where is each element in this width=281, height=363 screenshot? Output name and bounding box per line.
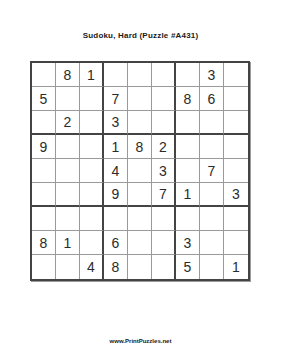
sudoku-cell-r1c1: [32, 63, 56, 87]
sudoku-cell-r7c6: [152, 207, 176, 231]
sudoku-cell-r4c9: [224, 135, 248, 159]
sudoku-cell-r8c1: 8: [32, 231, 56, 255]
sudoku-cell-r7c8: [200, 207, 224, 231]
sudoku-cell-r6c6: 7: [152, 183, 176, 207]
sudoku-cell-r9c2: [56, 255, 80, 279]
sudoku-cell-r8c9: [224, 231, 248, 255]
sudoku-cell-r6c8: [200, 183, 224, 207]
sudoku-cell-r6c4: 9: [104, 183, 128, 207]
sudoku-cell-r5c8: 7: [200, 159, 224, 183]
sudoku-cell-r2c8: 6: [200, 87, 224, 111]
sudoku-cell-r4c3: [80, 135, 104, 159]
sudoku-cell-r6c1: [32, 183, 56, 207]
sudoku-cell-r6c3: [80, 183, 104, 207]
sudoku-cell-r8c3: [80, 231, 104, 255]
sudoku-cell-r9c7: 5: [176, 255, 200, 279]
sudoku-cell-r8c5: [128, 231, 152, 255]
sudoku-cell-r4c1: 9: [32, 135, 56, 159]
sudoku-cell-r2c1: 5: [32, 87, 56, 111]
sudoku-cell-r5c9: [224, 159, 248, 183]
sudoku-cell-r9c8: [200, 255, 224, 279]
sudoku-cell-r9c9: 1: [224, 255, 248, 279]
sudoku-cell-r5c2: [56, 159, 80, 183]
sudoku-cell-r4c2: [56, 135, 80, 159]
sudoku-cell-r1c6: [152, 63, 176, 87]
sudoku-cell-r9c3: 4: [80, 255, 104, 279]
sudoku-cell-r9c6: [152, 255, 176, 279]
sudoku-cell-r3c8: [200, 111, 224, 135]
sudoku-cell-r6c9: 3: [224, 183, 248, 207]
sudoku-cell-r2c5: [128, 87, 152, 111]
sudoku-cell-r1c3: 1: [80, 63, 104, 87]
sudoku-cell-r7c7: [176, 207, 200, 231]
sudoku-cell-r3c9: [224, 111, 248, 135]
sudoku-board: 8135786239182437971381634851: [30, 61, 250, 281]
sudoku-cell-r3c4: 3: [104, 111, 128, 135]
sudoku-cell-r7c5: [128, 207, 152, 231]
sudoku-cell-r1c2: 8: [56, 63, 80, 87]
sudoku-cell-r4c8: [200, 135, 224, 159]
sudoku-cell-r9c4: 8: [104, 255, 128, 279]
sudoku-cell-r8c2: 1: [56, 231, 80, 255]
sudoku-cell-r2c3: [80, 87, 104, 111]
sudoku-cell-r3c1: [32, 111, 56, 135]
sudoku-cell-r8c7: 3: [176, 231, 200, 255]
footer-url: www.PrintPuzzles.net: [0, 338, 281, 344]
puzzle-page: Sudoku, Hard (Puzzle #A431) 813578623918…: [0, 0, 281, 363]
sudoku-cell-r7c1: [32, 207, 56, 231]
sudoku-cell-r9c5: [128, 255, 152, 279]
sudoku-cell-r1c5: [128, 63, 152, 87]
sudoku-cell-r7c2: [56, 207, 80, 231]
puzzle-title: Sudoku, Hard (Puzzle #A431): [0, 31, 281, 40]
sudoku-cell-r7c3: [80, 207, 104, 231]
sudoku-cell-r6c7: 1: [176, 183, 200, 207]
sudoku-cell-r5c4: 4: [104, 159, 128, 183]
sudoku-cell-r7c9: [224, 207, 248, 231]
sudoku-cell-r6c5: [128, 183, 152, 207]
sudoku-cell-r5c1: [32, 159, 56, 183]
sudoku-cell-r6c2: [56, 183, 80, 207]
sudoku-cell-r5c3: [80, 159, 104, 183]
sudoku-cell-r1c8: 3: [200, 63, 224, 87]
sudoku-cell-r4c6: 2: [152, 135, 176, 159]
sudoku-cell-r8c8: [200, 231, 224, 255]
sudoku-cell-r5c6: 3: [152, 159, 176, 183]
sudoku-cell-r3c5: [128, 111, 152, 135]
sudoku-cell-r2c7: 8: [176, 87, 200, 111]
sudoku-cell-r9c1: [32, 255, 56, 279]
sudoku-cell-r2c2: [56, 87, 80, 111]
sudoku-cell-r3c6: [152, 111, 176, 135]
sudoku-cell-r4c7: [176, 135, 200, 159]
sudoku-cell-r2c6: [152, 87, 176, 111]
sudoku-cell-r7c4: [104, 207, 128, 231]
sudoku-cell-r3c2: 2: [56, 111, 80, 135]
sudoku-cell-r8c6: [152, 231, 176, 255]
sudoku-cell-r2c9: [224, 87, 248, 111]
sudoku-cell-r3c7: [176, 111, 200, 135]
sudoku-cell-r5c5: [128, 159, 152, 183]
sudoku-cell-r1c7: [176, 63, 200, 87]
sudoku-cell-r2c4: 7: [104, 87, 128, 111]
sudoku-cell-r8c4: 6: [104, 231, 128, 255]
sudoku-cell-r5c7: [176, 159, 200, 183]
sudoku-cell-r1c4: [104, 63, 128, 87]
sudoku-cell-r3c3: [80, 111, 104, 135]
sudoku-cell-r4c5: 8: [128, 135, 152, 159]
sudoku-cell-r1c9: [224, 63, 248, 87]
sudoku-cell-r4c4: 1: [104, 135, 128, 159]
